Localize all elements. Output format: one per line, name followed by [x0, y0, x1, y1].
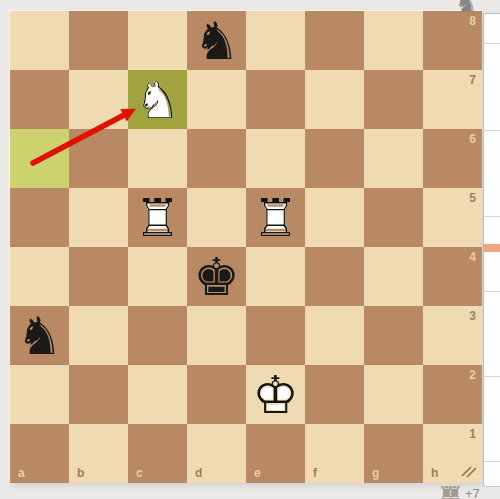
square-f3[interactable]: [305, 306, 364, 365]
square-f5[interactable]: [305, 188, 364, 247]
chess-board: ♞8♞♘76♜♖♜♖5♚4♞3♚♔2abcdefgh1: [10, 11, 482, 483]
square-a1[interactable]: a: [10, 424, 69, 483]
square-a3[interactable]: ♞: [10, 306, 69, 365]
white-rook-c5[interactable]: ♜♖: [128, 188, 187, 247]
coord-file-c: c: [136, 467, 143, 479]
black-knight-d8[interactable]: ♞: [187, 11, 246, 70]
square-f6[interactable]: [305, 129, 364, 188]
square-a5[interactable]: [10, 188, 69, 247]
coord-rank-4: 4: [469, 251, 476, 263]
panel-row-line-4: [484, 291, 500, 292]
coord-rank-1: 1: [469, 428, 476, 440]
square-f2[interactable]: [305, 365, 364, 424]
square-b8[interactable]: [69, 11, 128, 70]
square-e5[interactable]: ♜♖: [246, 188, 305, 247]
square-d8[interactable]: ♞: [187, 11, 246, 70]
square-c6[interactable]: [128, 129, 187, 188]
coord-file-h: h: [431, 467, 438, 479]
square-d6[interactable]: [187, 129, 246, 188]
black-knight-a3[interactable]: ♞: [10, 306, 69, 365]
square-g7[interactable]: [364, 70, 423, 129]
square-c4[interactable]: [128, 247, 187, 306]
square-h3[interactable]: 3: [423, 306, 482, 365]
square-f1[interactable]: f: [305, 424, 364, 483]
panel-row-line-5: [484, 376, 500, 377]
coord-file-f: f: [313, 467, 317, 479]
panel-row-line-6: [484, 461, 500, 462]
coord-rank-5: 5: [469, 192, 476, 204]
square-c2[interactable]: [128, 365, 187, 424]
square-a4[interactable]: [10, 247, 69, 306]
square-a8[interactable]: [10, 11, 69, 70]
panel-row-line-2: [484, 130, 500, 131]
square-a7[interactable]: [10, 70, 69, 129]
square-g4[interactable]: [364, 247, 423, 306]
material-advantage: +7: [465, 486, 480, 499]
square-g8[interactable]: [364, 11, 423, 70]
square-g3[interactable]: [364, 306, 423, 365]
coord-file-e: e: [254, 467, 261, 479]
square-e3[interactable]: [246, 306, 305, 365]
black-king-d4[interactable]: ♚: [187, 247, 246, 306]
captured-knight-icon: ♞: [455, 0, 477, 16]
square-c3[interactable]: [128, 306, 187, 365]
square-e1[interactable]: e: [246, 424, 305, 483]
square-c8[interactable]: [128, 11, 187, 70]
square-f7[interactable]: [305, 70, 364, 129]
square-b5[interactable]: [69, 188, 128, 247]
square-a6[interactable]: [10, 129, 69, 188]
square-c7[interactable]: ♞♘: [128, 70, 187, 129]
square-h8[interactable]: 8: [423, 11, 482, 70]
square-d5[interactable]: [187, 188, 246, 247]
square-g2[interactable]: [364, 365, 423, 424]
white-king-e2[interactable]: ♚♔: [246, 365, 305, 424]
square-h7[interactable]: 7: [423, 70, 482, 129]
square-d3[interactable]: [187, 306, 246, 365]
chess-analysis-page: ♞8♞♘76♜♖♜♖5♚4♞3♚♔2abcdefgh1 ♞ ♜♜ +7: [0, 0, 500, 499]
square-h5[interactable]: 5: [423, 188, 482, 247]
coord-rank-6: 6: [469, 133, 476, 145]
square-b4[interactable]: [69, 247, 128, 306]
square-f4[interactable]: [305, 247, 364, 306]
coord-file-d: d: [195, 467, 202, 479]
square-e7[interactable]: [246, 70, 305, 129]
panel-row-line-1: [484, 43, 500, 44]
board-resize-handle[interactable]: [460, 463, 478, 480]
coord-rank-7: 7: [469, 74, 476, 86]
panel-highlight-row: [484, 244, 500, 252]
square-a2[interactable]: [10, 365, 69, 424]
piece-outline: ♘: [128, 70, 187, 129]
square-d7[interactable]: [187, 70, 246, 129]
square-b2[interactable]: [69, 365, 128, 424]
white-knight-c7[interactable]: ♞♘: [128, 70, 187, 129]
piece-outline: ♖: [246, 188, 305, 247]
coord-rank-2: 2: [469, 369, 476, 381]
square-c5[interactable]: ♜♖: [128, 188, 187, 247]
coord-file-a: a: [18, 467, 25, 479]
square-h4[interactable]: 4: [423, 247, 482, 306]
square-b6[interactable]: [69, 129, 128, 188]
square-d1[interactable]: d: [187, 424, 246, 483]
piece-outline: ♖: [128, 188, 187, 247]
piece-outline: ♔: [246, 365, 305, 424]
square-b7[interactable]: [69, 70, 128, 129]
square-g6[interactable]: [364, 129, 423, 188]
captured-rooks-icon: ♜♜: [438, 484, 454, 499]
square-d2[interactable]: [187, 365, 246, 424]
square-f8[interactable]: [305, 11, 364, 70]
square-e6[interactable]: [246, 129, 305, 188]
square-g5[interactable]: [364, 188, 423, 247]
panel-row-line-3: [484, 216, 500, 217]
square-e4[interactable]: [246, 247, 305, 306]
square-d4[interactable]: ♚: [187, 247, 246, 306]
square-e2[interactable]: ♚♔: [246, 365, 305, 424]
square-h6[interactable]: 6: [423, 129, 482, 188]
white-rook-e5[interactable]: ♜♖: [246, 188, 305, 247]
square-c1[interactable]: c: [128, 424, 187, 483]
coord-file-g: g: [372, 467, 379, 479]
square-h2[interactable]: 2: [423, 365, 482, 424]
move-list-panel: [483, 13, 500, 487]
square-b1[interactable]: b: [69, 424, 128, 483]
square-g1[interactable]: g: [364, 424, 423, 483]
coord-rank-3: 3: [469, 310, 476, 322]
square-b3[interactable]: [69, 306, 128, 365]
square-e8[interactable]: [246, 11, 305, 70]
coord-file-b: b: [77, 467, 84, 479]
